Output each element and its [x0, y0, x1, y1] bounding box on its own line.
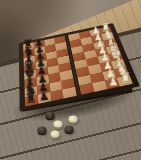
checkers-disc-dark[interactable] [65, 126, 74, 133]
checkers-disc-dark[interactable] [38, 127, 47, 134]
square-h7[interactable]: ♟ [37, 92, 51, 104]
square-h8[interactable]: ♜ [25, 95, 38, 107]
square-h5[interactable] [62, 87, 76, 99]
square-h6[interactable] [50, 89, 64, 101]
checkers-disc-dark[interactable] [46, 112, 55, 119]
square-e3[interactable] [85, 57, 99, 67]
square-h1[interactable]: ♜ [117, 75, 133, 86]
square-h2[interactable]: ♟ [104, 78, 120, 90]
checkers-disc-light[interactable] [54, 121, 63, 128]
checkers-disc-light[interactable] [69, 116, 78, 123]
piece-black-pawn: ♟ [37, 91, 51, 104]
photo-scene: ♜♟♞♟♝♟♛♟♚♟♝♟♞♟♜♟ ♟♜♟♞♟♝♟♛♟♚♟♝♟♞♟♜ [0, 0, 141, 160]
piece-white-rook: ♜ [118, 71, 133, 86]
piece-black-rook: ♜ [24, 91, 39, 106]
square-d6[interactable] [46, 58, 58, 68]
checkers-disc-light[interactable] [51, 131, 60, 138]
square-d5[interactable] [57, 55, 70, 65]
square-h4[interactable] [79, 83, 94, 95]
